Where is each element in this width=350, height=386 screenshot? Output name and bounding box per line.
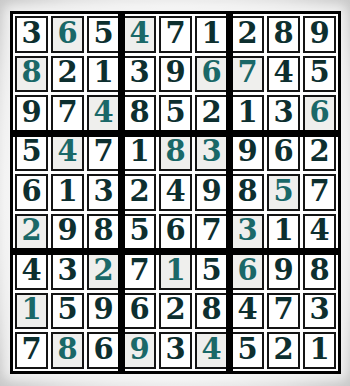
cell-r1c1[interactable]: 3	[15, 16, 48, 53]
cell-r9c9[interactable]: 1	[303, 332, 336, 369]
cell-r7c7[interactable]: 6	[231, 253, 264, 290]
page-background: 3654712898213967459748521365471839626132…	[0, 0, 350, 386]
cell-r8c8[interactable]: 7	[267, 293, 300, 330]
cell-r4c9[interactable]: 2	[303, 135, 336, 172]
cell-r3c1[interactable]: 9	[15, 95, 48, 132]
cell-r2c5[interactable]: 9	[159, 56, 192, 93]
cell-r5c7[interactable]: 8	[231, 174, 264, 211]
cell-r8c3[interactable]: 9	[87, 293, 120, 330]
cell-r7c2[interactable]: 3	[51, 253, 84, 290]
cell-r8c2[interactable]: 5	[51, 293, 84, 330]
cell-r7c5[interactable]: 1	[159, 253, 192, 290]
cell-r9c2[interactable]: 8	[51, 332, 84, 369]
cell-r4c6[interactable]: 3	[195, 135, 228, 172]
cell-r4c4[interactable]: 1	[123, 135, 156, 172]
cell-r5c3[interactable]: 3	[87, 174, 120, 211]
cell-r6c8[interactable]: 1	[267, 214, 300, 251]
cell-r5c9[interactable]: 7	[303, 174, 336, 211]
cell-r6c9[interactable]: 4	[303, 214, 336, 251]
cell-r6c1[interactable]: 2	[15, 214, 48, 251]
cell-r7c9[interactable]: 8	[303, 253, 336, 290]
cell-r4c3[interactable]: 7	[87, 135, 120, 172]
cell-r2c2[interactable]: 2	[51, 56, 84, 93]
cell-r3c6[interactable]: 2	[195, 95, 228, 132]
cell-r2c1[interactable]: 8	[15, 56, 48, 93]
cell-r5c5[interactable]: 4	[159, 174, 192, 211]
cell-r1c2[interactable]: 6	[51, 16, 84, 53]
cell-r1c8[interactable]: 8	[267, 16, 300, 53]
cell-r1c6[interactable]: 1	[195, 16, 228, 53]
cell-r2c7[interactable]: 7	[231, 56, 264, 93]
cell-r1c7[interactable]: 2	[231, 16, 264, 53]
cell-r4c5[interactable]: 8	[159, 135, 192, 172]
cell-r3c2[interactable]: 7	[51, 95, 84, 132]
cell-r3c4[interactable]: 8	[123, 95, 156, 132]
cell-r9c3[interactable]: 6	[87, 332, 120, 369]
cell-r2c4[interactable]: 3	[123, 56, 156, 93]
cell-r7c4[interactable]: 7	[123, 253, 156, 290]
cell-r6c5[interactable]: 6	[159, 214, 192, 251]
cell-r8c5[interactable]: 2	[159, 293, 192, 330]
cell-r1c4[interactable]: 4	[123, 16, 156, 53]
sudoku-grid: 3654712898213967459748521365471839626132…	[13, 14, 338, 371]
cell-r6c7[interactable]: 3	[231, 214, 264, 251]
cell-r5c2[interactable]: 1	[51, 174, 84, 211]
cell-r3c9[interactable]: 6	[303, 95, 336, 132]
cell-r1c5[interactable]: 7	[159, 16, 192, 53]
cell-r1c9[interactable]: 9	[303, 16, 336, 53]
sudoku-board: 3654712898213967459748521365471839626132…	[10, 11, 341, 374]
cell-r5c4[interactable]: 2	[123, 174, 156, 211]
cell-r8c7[interactable]: 4	[231, 293, 264, 330]
cell-r8c9[interactable]: 3	[303, 293, 336, 330]
cell-r4c7[interactable]: 9	[231, 135, 264, 172]
cell-r9c8[interactable]: 2	[267, 332, 300, 369]
cell-r2c8[interactable]: 4	[267, 56, 300, 93]
cell-r3c8[interactable]: 3	[267, 95, 300, 132]
cell-r6c6[interactable]: 7	[195, 214, 228, 251]
cell-r3c3[interactable]: 4	[87, 95, 120, 132]
cell-r6c3[interactable]: 8	[87, 214, 120, 251]
cell-r9c5[interactable]: 3	[159, 332, 192, 369]
cell-r7c3[interactable]: 2	[87, 253, 120, 290]
cell-r8c1[interactable]: 1	[15, 293, 48, 330]
cell-r4c2[interactable]: 4	[51, 135, 84, 172]
cell-r5c1[interactable]: 6	[15, 174, 48, 211]
cell-r1c3[interactable]: 5	[87, 16, 120, 53]
cell-r4c8[interactable]: 6	[267, 135, 300, 172]
cell-r2c9[interactable]: 5	[303, 56, 336, 93]
cell-r2c3[interactable]: 1	[87, 56, 120, 93]
cell-r3c7[interactable]: 1	[231, 95, 264, 132]
cell-r8c6[interactable]: 8	[195, 293, 228, 330]
cell-r9c6[interactable]: 4	[195, 332, 228, 369]
box-divider-horizontal-1	[13, 130, 338, 137]
box-divider-horizontal-2	[13, 248, 338, 255]
cell-r6c2[interactable]: 9	[51, 214, 84, 251]
cell-r7c6[interactable]: 5	[195, 253, 228, 290]
cell-r9c4[interactable]: 9	[123, 332, 156, 369]
cell-r5c6[interactable]: 9	[195, 174, 228, 211]
cell-r7c1[interactable]: 4	[15, 253, 48, 290]
cell-r7c8[interactable]: 9	[267, 253, 300, 290]
cell-r5c8[interactable]: 5	[267, 174, 300, 211]
cell-r4c1[interactable]: 5	[15, 135, 48, 172]
cell-r2c6[interactable]: 6	[195, 56, 228, 93]
cell-r9c1[interactable]: 7	[15, 332, 48, 369]
box-divider-vertical-1	[118, 14, 125, 371]
box-divider-vertical-2	[226, 14, 233, 371]
cell-r6c4[interactable]: 5	[123, 214, 156, 251]
cell-r9c7[interactable]: 5	[231, 332, 264, 369]
cell-r3c5[interactable]: 5	[159, 95, 192, 132]
cell-r8c4[interactable]: 6	[123, 293, 156, 330]
